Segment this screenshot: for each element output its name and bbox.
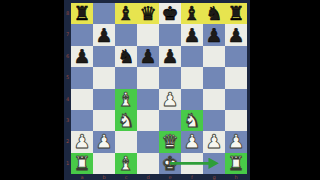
square-f1[interactable]: [181, 153, 203, 174]
piece-black-pawn-d6[interactable]: ♟: [139, 46, 156, 67]
square-c2[interactable]: [115, 131, 137, 152]
square-g3[interactable]: [203, 110, 225, 131]
rank-label-3: 3: [64, 118, 71, 123]
square-g7[interactable]: ♟: [203, 24, 225, 45]
square-d7[interactable]: [137, 24, 159, 45]
piece-black-rook-h8[interactable]: ♜: [227, 3, 244, 24]
file-label-a: a: [71, 175, 93, 180]
square-h6[interactable]: [225, 46, 247, 67]
file-label-d: d: [137, 175, 159, 180]
piece-black-bishop-c8[interactable]: ♝: [117, 3, 134, 24]
square-g4[interactable]: [203, 89, 225, 110]
square-d2[interactable]: [137, 131, 159, 152]
square-h7[interactable]: ♟: [225, 24, 247, 45]
piece-black-pawn-a6[interactable]: ♟: [73, 46, 90, 67]
screenshot-background: ♜♝♛♚♝♞♜♟♟♟♟♟♞♟♟♝♟♞♞♟♟♛♟♟♟♜♝♚♜ 87654321 a…: [0, 0, 320, 180]
square-a1[interactable]: ♜: [71, 153, 93, 174]
square-f7[interactable]: ♟: [181, 24, 203, 45]
rank-label-1: 1: [64, 161, 71, 166]
square-d3[interactable]: [137, 110, 159, 131]
square-c8[interactable]: ♝: [115, 3, 137, 24]
square-a3[interactable]: [71, 110, 93, 131]
square-a6[interactable]: ♟: [71, 46, 93, 67]
rank-label-8: 8: [64, 11, 71, 16]
file-label-h: h: [225, 175, 247, 180]
square-c7[interactable]: [115, 24, 137, 45]
rank-label-5: 5: [64, 75, 71, 80]
piece-white-knight-c3[interactable]: ♞: [117, 110, 134, 131]
piece-black-pawn-e6[interactable]: ♟: [161, 46, 178, 67]
square-a5[interactable]: [71, 67, 93, 88]
piece-white-pawn-a2[interactable]: ♟: [73, 131, 90, 152]
piece-black-pawn-g7[interactable]: ♟: [205, 25, 222, 46]
piece-black-rook-a8[interactable]: ♜: [73, 3, 90, 24]
file-label-c: c: [115, 175, 137, 180]
square-g5[interactable]: [203, 67, 225, 88]
file-label-f: f: [181, 175, 203, 180]
piece-white-bishop-c1[interactable]: ♝: [117, 153, 134, 174]
square-f3[interactable]: ♞: [181, 110, 203, 131]
square-g6[interactable]: [203, 46, 225, 67]
square-b3[interactable]: [93, 110, 115, 131]
square-e4[interactable]: ♟: [159, 89, 181, 110]
square-d5[interactable]: [137, 67, 159, 88]
rank-label-7: 7: [64, 32, 71, 37]
square-c3[interactable]: ♞: [115, 110, 137, 131]
piece-white-pawn-e4[interactable]: ♟: [161, 89, 178, 110]
piece-white-pawn-b2[interactable]: ♟: [95, 131, 112, 152]
square-f2[interactable]: ♟: [181, 131, 203, 152]
square-d4[interactable]: [137, 89, 159, 110]
piece-white-pawn-f2[interactable]: ♟: [183, 131, 200, 152]
square-h2[interactable]: ♟: [225, 131, 247, 152]
square-a2[interactable]: ♟: [71, 131, 93, 152]
piece-black-pawn-f7[interactable]: ♟: [183, 25, 200, 46]
rank-label-6: 6: [64, 54, 71, 59]
square-b5[interactable]: [93, 67, 115, 88]
square-g1[interactable]: [203, 153, 225, 174]
piece-black-pawn-h7[interactable]: ♟: [227, 25, 244, 46]
rank-label-2: 2: [64, 139, 71, 144]
piece-black-king-e8[interactable]: ♚: [161, 3, 178, 24]
square-f4[interactable]: [181, 89, 203, 110]
square-h1[interactable]: ♜: [225, 153, 247, 174]
piece-white-king-e1[interactable]: ♚: [161, 153, 178, 174]
square-f5[interactable]: [181, 67, 203, 88]
piece-white-rook-a1[interactable]: ♜: [73, 153, 90, 174]
piece-black-queen-d8[interactable]: ♛: [139, 3, 156, 24]
piece-black-pawn-b7[interactable]: ♟: [95, 25, 112, 46]
square-h8[interactable]: ♜: [225, 3, 247, 24]
file-label-g: g: [203, 175, 225, 180]
piece-white-pawn-g2[interactable]: ♟: [205, 131, 222, 152]
piece-black-knight-g8[interactable]: ♞: [205, 3, 222, 24]
rank-label-4: 4: [64, 97, 71, 102]
square-c1[interactable]: ♝: [115, 153, 137, 174]
square-e1[interactable]: ♚: [159, 153, 181, 174]
piece-black-bishop-f8[interactable]: ♝: [183, 3, 200, 24]
square-c4[interactable]: ♝: [115, 89, 137, 110]
square-c6[interactable]: ♞: [115, 46, 137, 67]
file-label-b: b: [93, 175, 115, 180]
piece-black-knight-c6[interactable]: ♞: [117, 46, 134, 67]
square-b7[interactable]: ♟: [93, 24, 115, 45]
square-g8[interactable]: ♞: [203, 3, 225, 24]
square-d8[interactable]: ♛: [137, 3, 159, 24]
piece-white-knight-f3[interactable]: ♞: [183, 110, 200, 131]
square-e7[interactable]: [159, 24, 181, 45]
piece-white-rook-h1[interactable]: ♜: [227, 153, 244, 174]
square-e5[interactable]: [159, 67, 181, 88]
square-b2[interactable]: ♟: [93, 131, 115, 152]
square-e3[interactable]: [159, 110, 181, 131]
square-d6[interactable]: ♟: [137, 46, 159, 67]
piece-white-queen-e2[interactable]: ♛: [161, 131, 178, 152]
square-e2[interactable]: ♛: [159, 131, 181, 152]
square-a7[interactable]: [71, 24, 93, 45]
square-g2[interactable]: ♟: [203, 131, 225, 152]
square-b1[interactable]: [93, 153, 115, 174]
square-b6[interactable]: [93, 46, 115, 67]
chess-board: ♜♝♛♚♝♞♜♟♟♟♟♟♞♟♟♝♟♞♞♟♟♛♟♟♟♜♝♚♜: [71, 3, 247, 174]
square-e6[interactable]: ♟: [159, 46, 181, 67]
square-e8[interactable]: ♚: [159, 3, 181, 24]
piece-white-bishop-c4[interactable]: ♝: [117, 89, 134, 110]
square-b4[interactable]: [93, 89, 115, 110]
square-d1[interactable]: [137, 153, 159, 174]
chess-board-frame: ♜♝♛♚♝♞♜♟♟♟♟♟♞♟♟♝♟♞♞♟♟♛♟♟♟♜♝♚♜ 87654321 a…: [64, 0, 250, 180]
square-h4[interactable]: [225, 89, 247, 110]
square-f8[interactable]: ♝: [181, 3, 203, 24]
square-c5[interactable]: [115, 67, 137, 88]
file-label-e: e: [159, 175, 181, 180]
piece-white-pawn-h2[interactable]: ♟: [227, 131, 244, 152]
square-b8[interactable]: [93, 3, 115, 24]
square-h3[interactable]: [225, 110, 247, 131]
square-a8[interactable]: ♜: [71, 3, 93, 24]
square-h5[interactable]: [225, 67, 247, 88]
square-f6[interactable]: [181, 46, 203, 67]
square-a4[interactable]: [71, 89, 93, 110]
